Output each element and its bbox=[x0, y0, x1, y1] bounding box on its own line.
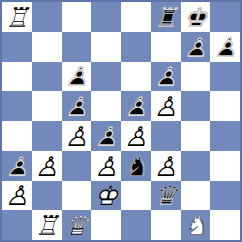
white-pawn-outline-icon: ♙ bbox=[2, 181, 32, 211]
black-pawn-outline-icon: ♙ bbox=[210, 32, 240, 62]
square-f8[interactable]: ♜♖ bbox=[151, 2, 181, 32]
square-g8[interactable]: ♚♔ bbox=[181, 2, 211, 32]
square-b4[interactable] bbox=[32, 121, 62, 151]
piece-black-pawn[interactable]: ♟♙ bbox=[121, 91, 151, 121]
square-b6[interactable] bbox=[32, 62, 62, 92]
white-pawn-outline-icon: ♙ bbox=[91, 151, 121, 181]
square-f3[interactable]: ♟♙ bbox=[151, 151, 181, 181]
square-g6[interactable] bbox=[181, 62, 211, 92]
piece-black-pawn[interactable]: ♟♙ bbox=[62, 91, 92, 121]
square-d1[interactable] bbox=[91, 210, 121, 240]
piece-white-king[interactable]: ♚♔ bbox=[91, 181, 121, 211]
piece-black-rook[interactable]: ♜♖ bbox=[151, 2, 181, 32]
piece-black-pawn[interactable]: ♟♙ bbox=[91, 121, 121, 151]
square-g2[interactable] bbox=[181, 181, 211, 211]
piece-white-pawn[interactable]: ♟♙ bbox=[62, 121, 92, 151]
piece-white-knight[interactable]: ♞♘ bbox=[181, 210, 211, 240]
black-queen-outline-icon: ♕ bbox=[151, 181, 181, 211]
piece-white-rook[interactable]: ♜♖ bbox=[32, 210, 62, 240]
square-c2[interactable] bbox=[62, 181, 92, 211]
square-c1[interactable]: ♛♕ bbox=[62, 210, 92, 240]
white-rook-outline-icon: ♖ bbox=[2, 2, 32, 32]
square-h7[interactable]: ♟♙ bbox=[210, 32, 240, 62]
square-e6[interactable] bbox=[121, 62, 151, 92]
square-b7[interactable] bbox=[32, 32, 62, 62]
piece-white-queen[interactable]: ♛♕ bbox=[62, 210, 92, 240]
white-rook-outline-icon: ♖ bbox=[32, 210, 62, 240]
square-a4[interactable] bbox=[2, 121, 32, 151]
white-queen-outline-icon: ♕ bbox=[62, 210, 92, 240]
square-e7[interactable] bbox=[121, 32, 151, 62]
square-d3[interactable]: ♟♙ bbox=[91, 151, 121, 181]
square-c4[interactable]: ♟♙ bbox=[62, 121, 92, 151]
white-knight-outline-icon: ♘ bbox=[181, 210, 211, 240]
square-c8[interactable] bbox=[62, 2, 92, 32]
square-h1[interactable] bbox=[210, 210, 240, 240]
square-h8[interactable] bbox=[210, 2, 240, 32]
piece-white-pawn[interactable]: ♟♙ bbox=[32, 151, 62, 181]
black-pawn-outline-icon: ♙ bbox=[181, 32, 211, 62]
white-pawn-outline-icon: ♙ bbox=[62, 121, 92, 151]
black-knight-outline-icon: ♘ bbox=[121, 151, 151, 181]
white-pawn-outline-icon: ♙ bbox=[151, 91, 181, 121]
piece-black-knight[interactable]: ♞♘ bbox=[121, 151, 151, 181]
square-d5[interactable] bbox=[91, 91, 121, 121]
black-pawn-outline-icon: ♙ bbox=[121, 91, 151, 121]
piece-black-king[interactable]: ♚♔ bbox=[181, 2, 211, 32]
square-h2[interactable] bbox=[210, 181, 240, 211]
white-pawn-outline-icon: ♙ bbox=[151, 151, 181, 181]
square-h5[interactable] bbox=[210, 91, 240, 121]
square-c6[interactable]: ♟♙ bbox=[62, 62, 92, 92]
square-a7[interactable] bbox=[2, 32, 32, 62]
black-king-outline-icon: ♔ bbox=[181, 2, 211, 32]
black-pawn-outline-icon: ♙ bbox=[151, 62, 181, 92]
square-g5[interactable] bbox=[181, 91, 211, 121]
square-f6[interactable]: ♟♙ bbox=[151, 62, 181, 92]
square-c5[interactable]: ♟♙ bbox=[62, 91, 92, 121]
square-d2[interactable]: ♚♔ bbox=[91, 181, 121, 211]
square-h6[interactable] bbox=[210, 62, 240, 92]
square-b1[interactable]: ♜♖ bbox=[32, 210, 62, 240]
square-g3[interactable] bbox=[181, 151, 211, 181]
square-f7[interactable] bbox=[151, 32, 181, 62]
square-f2[interactable]: ♛♕ bbox=[151, 181, 181, 211]
square-b5[interactable] bbox=[32, 91, 62, 121]
piece-white-pawn[interactable]: ♟♙ bbox=[151, 151, 181, 181]
square-c7[interactable] bbox=[62, 32, 92, 62]
white-pawn-outline-icon: ♙ bbox=[121, 121, 151, 151]
square-g7[interactable]: ♟♙ bbox=[181, 32, 211, 62]
square-e8[interactable] bbox=[121, 2, 151, 32]
square-b2[interactable] bbox=[32, 181, 62, 211]
piece-black-pawn[interactable]: ♟♙ bbox=[151, 62, 181, 92]
square-e4[interactable]: ♟♙ bbox=[121, 121, 151, 151]
piece-white-pawn[interactable]: ♟♙ bbox=[121, 121, 151, 151]
piece-black-pawn[interactable]: ♟♙ bbox=[62, 62, 92, 92]
piece-white-pawn[interactable]: ♟♙ bbox=[91, 151, 121, 181]
black-rook-outline-icon: ♖ bbox=[151, 2, 181, 32]
piece-black-queen[interactable]: ♛♕ bbox=[151, 181, 181, 211]
square-d4[interactable]: ♟♙ bbox=[91, 121, 121, 151]
square-a5[interactable] bbox=[2, 91, 32, 121]
piece-white-pawn[interactable]: ♟♙ bbox=[2, 181, 32, 211]
square-f1[interactable] bbox=[151, 210, 181, 240]
square-a6[interactable] bbox=[2, 62, 32, 92]
piece-black-pawn[interactable]: ♟♙ bbox=[210, 32, 240, 62]
piece-white-rook[interactable]: ♜♖ bbox=[2, 2, 32, 32]
square-a2[interactable]: ♟♙ bbox=[2, 181, 32, 211]
black-pawn-outline-icon: ♙ bbox=[91, 121, 121, 151]
square-g4[interactable] bbox=[181, 121, 211, 151]
square-h3[interactable] bbox=[210, 151, 240, 181]
square-e1[interactable] bbox=[121, 210, 151, 240]
square-h4[interactable] bbox=[210, 121, 240, 151]
square-c3[interactable] bbox=[62, 151, 92, 181]
square-e3[interactable]: ♞♘ bbox=[121, 151, 151, 181]
black-pawn-outline-icon: ♙ bbox=[62, 62, 92, 92]
square-a8[interactable]: ♜♖ bbox=[2, 2, 32, 32]
square-f4[interactable] bbox=[151, 121, 181, 151]
white-king-outline-icon: ♔ bbox=[91, 181, 121, 211]
piece-black-pawn[interactable]: ♟♙ bbox=[2, 151, 32, 181]
square-g1[interactable]: ♞♘ bbox=[181, 210, 211, 240]
square-e2[interactable] bbox=[121, 181, 151, 211]
black-pawn-outline-icon: ♙ bbox=[2, 151, 32, 181]
square-d8[interactable] bbox=[91, 2, 121, 32]
piece-white-pawn[interactable]: ♟♙ bbox=[151, 91, 181, 121]
piece-black-pawn[interactable]: ♟♙ bbox=[181, 32, 211, 62]
square-d7[interactable] bbox=[91, 32, 121, 62]
square-a3[interactable]: ♟♙ bbox=[2, 151, 32, 181]
square-b8[interactable] bbox=[32, 2, 62, 32]
square-f5[interactable]: ♟♙ bbox=[151, 91, 181, 121]
black-pawn-outline-icon: ♙ bbox=[62, 91, 92, 121]
square-d6[interactable] bbox=[91, 62, 121, 92]
chess-board: ♜♖♜♖♚♔♟♙♟♙♟♙♟♙♟♙♟♙♟♙♟♙♟♙♟♙♟♙♟♙♟♙♞♘♟♙♟♙♚♔… bbox=[0, 0, 242, 242]
square-e5[interactable]: ♟♙ bbox=[121, 91, 151, 121]
square-a1[interactable] bbox=[2, 210, 32, 240]
white-pawn-outline-icon: ♙ bbox=[32, 151, 62, 181]
square-b3[interactable]: ♟♙ bbox=[32, 151, 62, 181]
